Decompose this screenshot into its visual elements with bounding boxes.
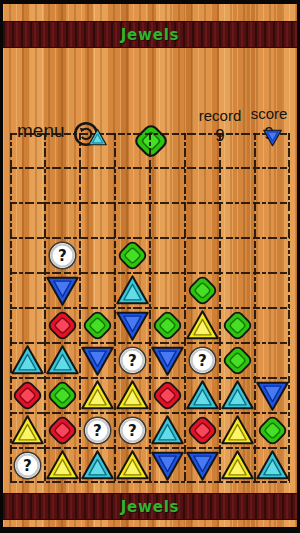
green-diamond-piece — [221, 309, 254, 342]
board-cell[interactable] — [10, 343, 45, 378]
yellow-triangle-up-piece — [116, 379, 149, 412]
yellow-triangle-up-piece — [46, 449, 79, 482]
svg-text:?: ? — [93, 422, 102, 440]
header: menu record 9 score 9 — [3, 47, 297, 133]
board-cell[interactable] — [45, 308, 80, 343]
board-cell[interactable] — [220, 238, 255, 273]
board-cell[interactable] — [150, 448, 185, 483]
board-cell[interactable] — [185, 133, 220, 168]
blue-triangle-down-piece — [186, 449, 219, 482]
board-cell[interactable] — [150, 308, 185, 343]
board-cell[interactable] — [255, 343, 290, 378]
bottom-title-bar: Jewels — [3, 493, 297, 520]
board-cell[interactable] — [115, 378, 150, 413]
cyan-triangle-up-piece — [256, 449, 289, 482]
board-cell[interactable]: ? — [80, 413, 115, 448]
board-cell[interactable] — [80, 308, 115, 343]
board-cell[interactable] — [185, 168, 220, 203]
board-cell[interactable] — [185, 413, 220, 448]
board-cell[interactable] — [150, 238, 185, 273]
app-title-top: Jewels — [121, 26, 180, 44]
yellow-triangle-up-piece — [221, 414, 254, 447]
board-cell[interactable] — [255, 378, 290, 413]
board-cell[interactable] — [150, 273, 185, 308]
board-cell[interactable] — [45, 413, 80, 448]
board-cell[interactable] — [220, 133, 255, 168]
record-label: record — [190, 107, 250, 124]
board-cell[interactable] — [255, 308, 290, 343]
board-cell[interactable] — [80, 168, 115, 203]
board-cell[interactable] — [115, 133, 150, 168]
yellow-triangle-up-piece — [116, 449, 149, 482]
board-cell[interactable] — [10, 378, 45, 413]
blue-triangle-down-piece — [151, 449, 184, 482]
board-cell[interactable] — [255, 448, 290, 483]
board-cell[interactable] — [185, 448, 220, 483]
svg-text:?: ? — [128, 352, 137, 370]
top-title-bar: Jewels — [3, 21, 297, 48]
board-cell[interactable] — [255, 238, 290, 273]
board-cell[interactable] — [220, 378, 255, 413]
board-cell[interactable] — [115, 448, 150, 483]
board-cell[interactable] — [115, 238, 150, 273]
blue-triangle-down-piece — [81, 344, 114, 377]
board-cell[interactable] — [185, 378, 220, 413]
board-cell[interactable] — [10, 413, 45, 448]
board-cell[interactable]: ? — [45, 238, 80, 273]
svg-text:?: ? — [58, 247, 67, 265]
green-diamond-piece — [151, 309, 184, 342]
green-diamond-piece — [256, 414, 289, 447]
blue-triangle-down-piece — [151, 344, 184, 377]
board-cell[interactable] — [185, 273, 220, 308]
board-cell[interactable] — [115, 203, 150, 238]
board-cell[interactable] — [220, 343, 255, 378]
board-cell[interactable] — [185, 238, 220, 273]
board-cell[interactable] — [220, 413, 255, 448]
board-cell[interactable] — [45, 273, 80, 308]
board-cell[interactable] — [150, 203, 185, 238]
board-cell[interactable] — [220, 203, 255, 238]
app-screen: Jewels menu record 9 score 9 — [0, 0, 300, 533]
board-cell[interactable] — [80, 343, 115, 378]
board-cell[interactable] — [150, 168, 185, 203]
board-cell[interactable] — [255, 203, 290, 238]
board-cell[interactable] — [10, 273, 45, 308]
cyan-triangle-up-piece — [11, 344, 44, 377]
board-cell[interactable] — [10, 308, 45, 343]
question-circle-piece: ? — [116, 414, 149, 447]
yellow-triangle-up-piece — [221, 449, 254, 482]
board-cell[interactable] — [45, 378, 80, 413]
board-cell[interactable] — [150, 413, 185, 448]
cyan-triangle-up-piece — [116, 274, 149, 307]
question-circle-piece: ? — [116, 344, 149, 377]
question-circle-piece: ? — [46, 239, 79, 272]
red-diamond-piece — [46, 309, 79, 342]
board-cell[interactable] — [115, 308, 150, 343]
board-cell[interactable] — [80, 238, 115, 273]
board-cell[interactable] — [45, 448, 80, 483]
cyan-triangle-up-piece — [221, 379, 254, 412]
board-cell[interactable] — [115, 168, 150, 203]
green-diamond-piece — [186, 274, 219, 307]
board-cell[interactable] — [185, 203, 220, 238]
board-cell[interactable] — [45, 133, 80, 168]
falling-blue-triangle-down — [263, 128, 282, 147]
board-cell[interactable]: ? — [10, 448, 45, 483]
green-diamond-piece — [116, 239, 149, 272]
board-cell[interactable] — [80, 378, 115, 413]
question-circle-piece: ? — [11, 449, 44, 482]
green-diamond-piece — [221, 344, 254, 377]
blue-triangle-down-piece — [116, 309, 149, 342]
board-cell[interactable] — [45, 343, 80, 378]
board-cell[interactable] — [185, 308, 220, 343]
board-cell[interactable] — [80, 273, 115, 308]
board-cell[interactable]: ? — [115, 413, 150, 448]
svg-text:?: ? — [128, 422, 137, 440]
board-cell[interactable] — [150, 378, 185, 413]
cyan-triangle-up-piece — [46, 344, 79, 377]
red-diamond-piece — [151, 379, 184, 412]
green-diamond-piece — [46, 379, 79, 412]
board-cell[interactable] — [80, 203, 115, 238]
red-diamond-piece — [11, 379, 44, 412]
game-board[interactable]: ? — [10, 133, 290, 483]
board-cell[interactable]: ? — [185, 343, 220, 378]
blue-triangle-down-piece — [256, 379, 289, 412]
board-cell[interactable] — [150, 133, 185, 168]
question-circle-piece: ? — [186, 344, 219, 377]
svg-text:?: ? — [198, 352, 207, 370]
board-cell[interactable] — [10, 168, 45, 203]
board-cell[interactable] — [255, 168, 290, 203]
board-cell[interactable] — [45, 203, 80, 238]
wood-background: Jewels menu record 9 score 9 — [3, 4, 297, 527]
board-cell[interactable] — [255, 273, 290, 308]
board-cell[interactable] — [10, 203, 45, 238]
app-title-bottom: Jewels — [121, 498, 180, 516]
board-cell[interactable] — [255, 413, 290, 448]
board-cell[interactable] — [115, 273, 150, 308]
board-cells: ? — [10, 133, 290, 483]
falling-cyan-triangle-up — [88, 128, 107, 147]
blue-triangle-down-piece — [46, 274, 79, 307]
cyan-triangle-up-piece — [151, 414, 184, 447]
score-label: score — [243, 105, 295, 122]
red-diamond-piece — [46, 414, 79, 447]
green-diamond-piece — [81, 309, 114, 342]
red-diamond-piece — [186, 414, 219, 447]
board-cell[interactable] — [220, 448, 255, 483]
board-cell[interactable] — [150, 343, 185, 378]
board-cell[interactable] — [220, 308, 255, 343]
question-circle-piece: ? — [81, 414, 114, 447]
yellow-triangle-up-piece — [186, 309, 219, 342]
board-cell[interactable] — [220, 168, 255, 203]
board-cell[interactable] — [10, 133, 45, 168]
board-cell[interactable] — [10, 238, 45, 273]
cyan-triangle-up-piece — [81, 449, 114, 482]
board-cell[interactable] — [220, 273, 255, 308]
yellow-triangle-up-piece — [81, 379, 114, 412]
cyan-triangle-up-piece — [186, 379, 219, 412]
board-cell[interactable] — [80, 448, 115, 483]
board-cell[interactable]: ? — [115, 343, 150, 378]
svg-text:?: ? — [23, 457, 32, 475]
yellow-triangle-up-piece — [11, 414, 44, 447]
board-cell[interactable] — [45, 168, 80, 203]
